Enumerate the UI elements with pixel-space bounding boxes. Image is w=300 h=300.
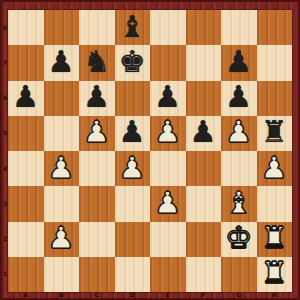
square-d1[interactable] (115, 257, 151, 292)
square-g2[interactable]: ♚ (221, 222, 257, 257)
square-h3[interactable] (257, 186, 293, 221)
black-pawn-piece: ♟ (154, 82, 181, 112)
square-d6[interactable] (115, 81, 151, 116)
black-king-piece: ♚ (119, 47, 146, 77)
square-e5[interactable]: ♟ (150, 116, 186, 151)
white-pawn-piece: ♟ (225, 117, 252, 147)
square-e1[interactable] (150, 257, 186, 292)
square-e2[interactable] (150, 222, 186, 257)
square-d7[interactable]: ♚ (115, 45, 151, 80)
square-a4[interactable] (8, 151, 44, 186)
square-b5[interactable] (44, 116, 80, 151)
square-b1[interactable] (44, 257, 80, 292)
file-labels: ABCDEFGH (8, 292, 292, 298)
square-f4[interactable] (186, 151, 222, 186)
square-c8[interactable] (79, 10, 115, 45)
file-label-e: E (150, 292, 186, 298)
white-pawn-piece: ♟ (154, 117, 181, 147)
file-label-b: B (44, 292, 80, 298)
black-pawn-piece: ♟ (12, 82, 39, 112)
square-d2[interactable] (115, 222, 151, 257)
file-label-c: C (79, 292, 115, 298)
square-h1[interactable]: ♜ (257, 257, 293, 292)
square-b2[interactable]: ♟ (44, 222, 80, 257)
white-pawn-piece: ♟ (83, 117, 110, 147)
square-g8[interactable] (221, 10, 257, 45)
square-b8[interactable] (44, 10, 80, 45)
square-g1[interactable] (221, 257, 257, 292)
square-b7[interactable]: ♟ (44, 45, 80, 80)
chess-board: ♝♟♞♚♟♟♟♟♟♟♟♟♟♟♜♟♟♟♟♝♟♚♜♜ (8, 10, 292, 292)
white-pawn-piece: ♟ (261, 153, 288, 183)
square-e7[interactable] (150, 45, 186, 80)
black-pawn-piece: ♟ (83, 82, 110, 112)
square-e6[interactable]: ♟ (150, 81, 186, 116)
file-label-a: A (8, 292, 44, 298)
white-rook-piece: ♜ (261, 258, 288, 288)
black-pawn-piece: ♟ (225, 82, 252, 112)
chess-board-frame: 87654321 ABCDEFGH ♝♟♞♚♟♟♟♟♟♟♟♟♟♟♜♟♟♟♟♝♟♚… (0, 0, 300, 300)
black-pawn-piece: ♟ (190, 117, 217, 147)
square-e4[interactable] (150, 151, 186, 186)
black-rook-piece: ♜ (261, 117, 288, 147)
black-pawn-piece: ♟ (48, 47, 75, 77)
square-f5[interactable]: ♟ (186, 116, 222, 151)
square-d8[interactable]: ♝ (115, 10, 151, 45)
square-c6[interactable]: ♟ (79, 81, 115, 116)
square-a5[interactable] (8, 116, 44, 151)
square-b4[interactable]: ♟ (44, 151, 80, 186)
file-label-f: F (186, 292, 222, 298)
square-f6[interactable] (186, 81, 222, 116)
square-f3[interactable] (186, 186, 222, 221)
square-h4[interactable]: ♟ (257, 151, 293, 186)
square-f8[interactable] (186, 10, 222, 45)
file-label-h: H (257, 292, 293, 298)
square-c5[interactable]: ♟ (79, 116, 115, 151)
white-pawn-piece: ♟ (154, 188, 181, 218)
square-h6[interactable] (257, 81, 293, 116)
white-bishop-piece: ♝ (225, 188, 252, 218)
square-h7[interactable] (257, 45, 293, 80)
square-g7[interactable]: ♟ (221, 45, 257, 80)
square-g3[interactable]: ♝ (221, 186, 257, 221)
square-g4[interactable] (221, 151, 257, 186)
square-b6[interactable] (44, 81, 80, 116)
square-g6[interactable]: ♟ (221, 81, 257, 116)
square-h2[interactable]: ♜ (257, 222, 293, 257)
square-b3[interactable] (44, 186, 80, 221)
square-c4[interactable] (79, 151, 115, 186)
white-pawn-piece: ♟ (48, 223, 75, 253)
square-f7[interactable] (186, 45, 222, 80)
white-pawn-piece: ♟ (48, 153, 75, 183)
square-a3[interactable] (8, 186, 44, 221)
black-pawn-piece: ♟ (225, 47, 252, 77)
square-a1[interactable] (8, 257, 44, 292)
square-a2[interactable] (8, 222, 44, 257)
square-e3[interactable]: ♟ (150, 186, 186, 221)
square-c1[interactable] (79, 257, 115, 292)
square-e8[interactable] (150, 10, 186, 45)
square-f2[interactable] (186, 222, 222, 257)
square-a7[interactable] (8, 45, 44, 80)
white-king-piece: ♚ (225, 223, 252, 253)
black-knight-piece: ♞ (83, 47, 110, 77)
square-f1[interactable] (186, 257, 222, 292)
file-label-d: D (115, 292, 151, 298)
white-rook-piece: ♜ (261, 223, 288, 253)
square-a8[interactable] (8, 10, 44, 45)
file-label-g: G (221, 292, 257, 298)
square-h5[interactable]: ♜ (257, 116, 293, 151)
black-pawn-piece: ♟ (119, 117, 146, 147)
square-d5[interactable]: ♟ (115, 116, 151, 151)
square-c7[interactable]: ♞ (79, 45, 115, 80)
square-d3[interactable] (115, 186, 151, 221)
black-bishop-piece: ♝ (119, 12, 146, 42)
white-pawn-piece: ♟ (119, 153, 146, 183)
square-c2[interactable] (79, 222, 115, 257)
square-a6[interactable]: ♟ (8, 81, 44, 116)
square-h8[interactable] (257, 10, 293, 45)
square-c3[interactable] (79, 186, 115, 221)
square-g5[interactable]: ♟ (221, 116, 257, 151)
square-d4[interactable]: ♟ (115, 151, 151, 186)
